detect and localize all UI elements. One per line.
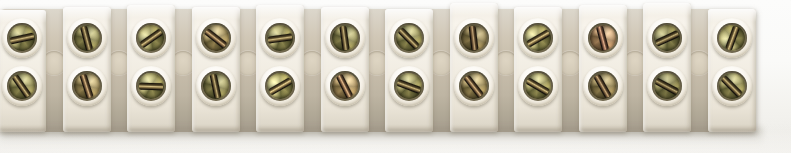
photo-terminal-strip <box>0 0 791 153</box>
photo-vignette <box>0 0 791 153</box>
